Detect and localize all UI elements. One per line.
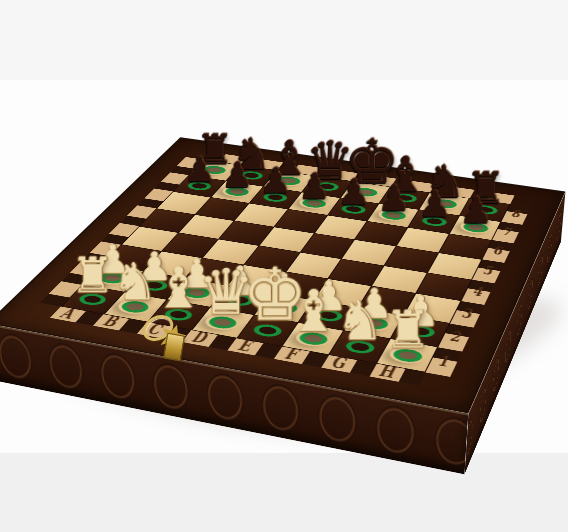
piece-white-bishop-f1: ♝ (288, 259, 339, 339)
piece-white-rook-h1: ♜ (382, 274, 434, 355)
bishop-glyph: ♝ (288, 284, 339, 339)
piece-white-king-e1: ♚ (242, 251, 293, 330)
piece-white-knight-g1: ♞ (334, 266, 385, 347)
queen-glyph: ♛ (198, 262, 248, 322)
chess-set-photo: ABCDEFGH 87654321 ♜♞♝♛♚♝♞♜♟♟♟♟♟♟♟♟♟♟♟♟♟♟… (0, 0, 568, 532)
knight-glyph: ♞ (334, 296, 385, 347)
piece-white-queen-d1: ♛ (198, 244, 248, 322)
bishop-glyph: ♝ (154, 261, 204, 314)
piece-white-knight-b1: ♞ (111, 230, 160, 307)
knight-glyph: ♞ (111, 258, 160, 307)
rook-glyph: ♜ (382, 306, 434, 355)
chess-board: ABCDEFGH 87654321 ♜♞♝♛♚♝♞♜♟♟♟♟♟♟♟♟♟♟♟♟♟♟… (0, 137, 565, 413)
piece-white-bishop-c1: ♝ (154, 237, 204, 315)
scene: ABCDEFGH 87654321 ♜♞♝♛♚♝♞♜♟♟♟♟♟♟♟♟♟♟♟♟♟♟… (0, 0, 568, 532)
brass-clasp (138, 314, 198, 366)
clasp-latch-body (163, 333, 185, 362)
king-glyph: ♚ (242, 262, 293, 331)
